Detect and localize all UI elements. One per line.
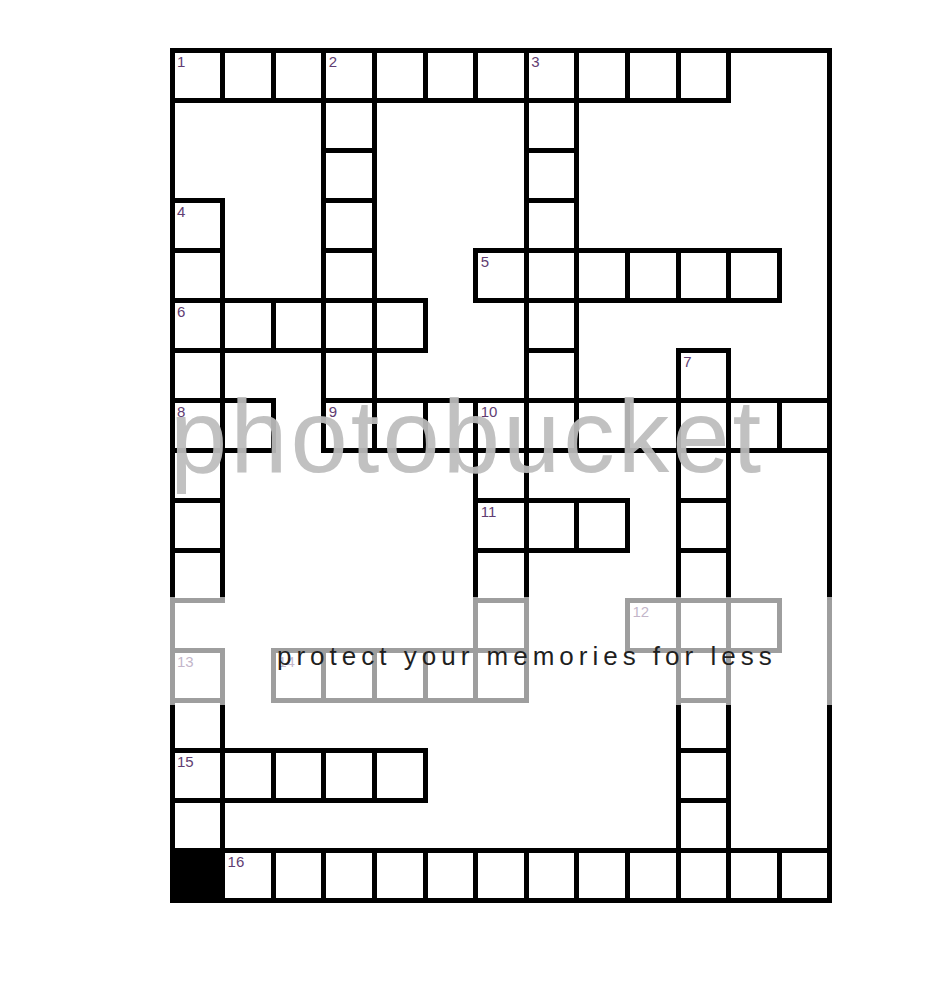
cell-divider xyxy=(473,53,478,98)
slot-6a xyxy=(170,298,428,353)
cell-divider xyxy=(726,253,731,298)
cell-divider xyxy=(321,753,326,798)
cell-divider xyxy=(423,853,428,898)
clue-number-5: 5 xyxy=(481,254,489,270)
clue-number-16: 16 xyxy=(228,854,245,870)
cell-divider xyxy=(676,53,681,98)
clue-number-3: 3 xyxy=(531,54,539,70)
cell-divider xyxy=(676,853,681,898)
cell-divider xyxy=(625,253,630,298)
slot-16a xyxy=(220,848,832,903)
cell-divider xyxy=(220,53,225,98)
clue-number-1: 1 xyxy=(177,54,185,70)
cell-divider xyxy=(321,303,326,348)
cell-divider xyxy=(372,853,377,898)
cell-divider xyxy=(529,98,575,103)
slot-15a xyxy=(170,748,428,803)
page-background: photobucket 12345678910111213141516 prot… xyxy=(0,0,935,985)
cell-divider xyxy=(777,853,782,898)
cell-divider xyxy=(372,753,377,798)
cell-divider xyxy=(625,53,630,98)
cell-divider xyxy=(326,148,372,153)
clue-number-7: 7 xyxy=(683,354,691,370)
cell-divider xyxy=(175,548,221,553)
watermark-banner-text: protect your memories for less xyxy=(277,641,777,672)
clue-number-6: 6 xyxy=(177,304,185,320)
cell-divider xyxy=(175,498,221,503)
cell-divider xyxy=(625,853,630,898)
clue-number-4: 4 xyxy=(177,204,185,220)
cell-divider xyxy=(777,403,782,448)
slot-5a xyxy=(473,248,782,303)
cell-divider xyxy=(271,53,276,98)
cell-divider xyxy=(681,798,727,803)
cell-divider xyxy=(271,853,276,898)
slot-1a xyxy=(170,48,732,103)
cell-divider xyxy=(372,303,377,348)
cell-divider xyxy=(326,98,372,103)
cell-divider xyxy=(529,348,575,353)
cell-divider xyxy=(220,753,225,798)
cell-divider xyxy=(321,853,326,898)
cell-divider xyxy=(473,853,478,898)
cell-divider xyxy=(524,503,529,548)
cell-divider xyxy=(574,853,579,898)
cell-divider xyxy=(676,253,681,298)
cell-divider xyxy=(524,853,529,898)
cell-divider xyxy=(681,498,727,503)
clue-number-2: 2 xyxy=(329,54,337,70)
cell-divider xyxy=(175,248,221,253)
cell-divider xyxy=(326,248,372,253)
black-cell xyxy=(170,848,226,903)
clue-number-15: 15 xyxy=(177,754,194,770)
cell-divider xyxy=(271,303,276,348)
cell-divider xyxy=(681,748,727,753)
crossword-image: { "game": "crossword", "description": "B… xyxy=(0,0,935,985)
clue-number-11: 11 xyxy=(481,504,497,520)
cell-divider xyxy=(681,548,727,553)
cell-divider xyxy=(271,753,276,798)
cell-divider xyxy=(574,503,579,548)
cell-divider xyxy=(524,253,529,298)
cell-divider xyxy=(529,148,575,153)
cell-divider xyxy=(423,53,428,98)
cell-divider xyxy=(726,853,731,898)
slot-11a xyxy=(473,498,630,553)
cell-divider xyxy=(574,253,579,298)
cell-divider xyxy=(326,198,372,203)
cell-divider xyxy=(220,303,225,348)
photobucket-watermark-text: photobucket xyxy=(170,378,764,496)
cell-divider xyxy=(529,198,575,203)
